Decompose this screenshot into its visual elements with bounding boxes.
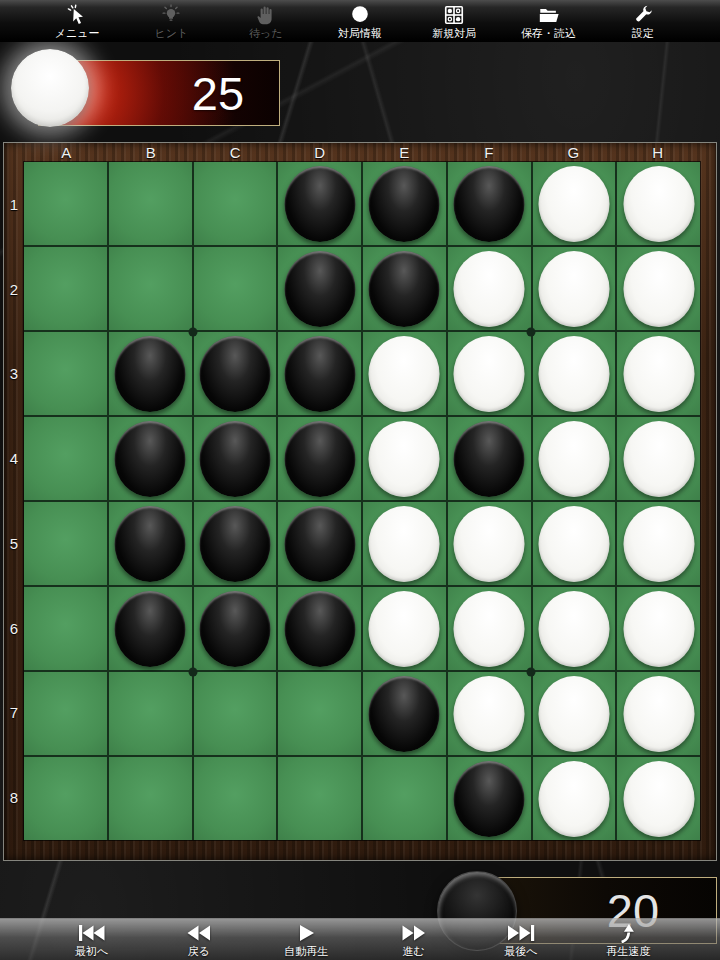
playback-to-first-label: 最初へ <box>75 945 108 958</box>
cell-a7[interactable] <box>24 672 107 755</box>
cell-g4[interactable] <box>533 417 616 500</box>
row-label-2: 2 <box>4 247 24 332</box>
white-disc <box>538 506 609 582</box>
cell-h6[interactable] <box>617 587 700 670</box>
black-disc <box>199 506 270 582</box>
white-disc <box>538 761 609 837</box>
app: { "game": "othello", "position": { "form… <box>0 0 720 960</box>
col-label-d: D <box>278 143 363 162</box>
toolbar-new-game-button[interactable]: 新規対局 <box>407 0 501 41</box>
white-disc <box>623 676 694 752</box>
bottom-toolbar: 最初へ戻る自動再生進む最後へ再生速度 <box>0 918 720 960</box>
row-label-4: 4 <box>4 416 24 501</box>
black-disc <box>199 421 270 497</box>
toolbar-undo-button: 待った <box>219 0 313 41</box>
cell-e6[interactable] <box>363 587 446 670</box>
cell-h4[interactable] <box>617 417 700 500</box>
white-disc <box>454 251 525 327</box>
play-icon <box>290 921 322 945</box>
black-disc <box>199 336 270 412</box>
toolbar-new-game-label: 新規対局 <box>432 27 476 40</box>
toolbar-undo-label: 待った <box>249 27 283 40</box>
col-label-b: B <box>109 143 194 162</box>
white-disc <box>369 421 440 497</box>
white-disc <box>623 591 694 667</box>
skip-to-start-icon <box>76 921 108 945</box>
white-disc <box>623 506 694 582</box>
cell-d4[interactable] <box>278 417 361 500</box>
cell-d2[interactable] <box>278 247 361 330</box>
cell-h8[interactable] <box>617 757 700 840</box>
black-disc <box>284 336 355 412</box>
cell-d8[interactable] <box>278 757 361 840</box>
white-disc <box>538 166 609 242</box>
cell-f1[interactable] <box>448 162 531 245</box>
cell-g3[interactable] <box>533 332 616 415</box>
star-point <box>527 328 536 337</box>
col-label-a: A <box>24 143 109 162</box>
toolbar-save-load-button[interactable]: 保存・読込 <box>501 0 595 41</box>
col-label-f: F <box>447 143 532 162</box>
board-frame: ABCDEFGH 12345678 <box>3 142 717 861</box>
curved-arrow-icon <box>612 921 644 945</box>
cell-d1[interactable] <box>278 162 361 245</box>
col-label-e: E <box>362 143 447 162</box>
toolbar-settings-button[interactable]: 設定 <box>596 0 690 41</box>
col-label-c: C <box>193 143 278 162</box>
playback-step-back-button[interactable]: 戻る <box>145 919 252 960</box>
cell-e1[interactable] <box>363 162 446 245</box>
white-disc <box>538 676 609 752</box>
star-point <box>527 668 536 677</box>
playback-playback-speed-label: 再生速度 <box>606 945 650 958</box>
palm-hand-icon <box>253 3 279 27</box>
rewind-icon <box>183 921 215 945</box>
cell-g5[interactable] <box>533 502 616 585</box>
black-disc <box>284 506 355 582</box>
black-disc <box>284 591 355 667</box>
row-label-6: 6 <box>4 586 24 671</box>
top-toolbar: メニューヒント待った対局情報新規対局保存・読込設定 <box>0 0 720 42</box>
playback-to-last-label: 最後へ <box>504 945 537 958</box>
playback-to-last-button[interactable]: 最後へ <box>467 919 574 960</box>
cell-c4[interactable] <box>194 417 277 500</box>
fast-forward-icon <box>398 921 430 945</box>
row-label-8: 8 <box>4 755 24 840</box>
cell-h5[interactable] <box>617 502 700 585</box>
cell-g1[interactable] <box>533 162 616 245</box>
cell-a2[interactable] <box>24 247 107 330</box>
toolbar-game-info-label: 対局情報 <box>338 27 382 40</box>
star-point <box>189 668 198 677</box>
black-disc <box>454 166 525 242</box>
cell-f8[interactable] <box>448 757 531 840</box>
cell-c6[interactable] <box>194 587 277 670</box>
playback-step-forward-button[interactable]: 進む <box>360 919 467 960</box>
cell-d5[interactable] <box>278 502 361 585</box>
cell-e3[interactable] <box>363 332 446 415</box>
playback-step-forward-label: 進む <box>403 945 425 958</box>
white-disc <box>623 761 694 837</box>
playback-autoplay-button[interactable]: 自動再生 <box>253 919 360 960</box>
column-labels: ABCDEFGH <box>24 143 700 162</box>
cell-h7[interactable] <box>617 672 700 755</box>
lightbulb-icon <box>158 3 184 27</box>
cell-b7[interactable] <box>109 672 192 755</box>
black-disc <box>284 251 355 327</box>
white-disc-icon <box>347 3 373 27</box>
toolbar-hint-button: ヒント <box>124 0 218 41</box>
col-label-h: H <box>616 143 701 162</box>
white-disc <box>538 421 609 497</box>
cell-b5[interactable] <box>109 502 192 585</box>
toolbar-menu-button[interactable]: メニュー <box>30 0 124 41</box>
black-disc <box>369 166 440 242</box>
cell-e7[interactable] <box>363 672 446 755</box>
row-label-5: 5 <box>4 501 24 586</box>
playback-autoplay-label: 自動再生 <box>284 945 328 958</box>
cell-b1[interactable] <box>109 162 192 245</box>
black-disc <box>115 591 186 667</box>
cell-f4[interactable] <box>448 417 531 500</box>
mini-board-icon <box>441 3 467 27</box>
folder-icon <box>536 3 562 27</box>
cell-h1[interactable] <box>617 162 700 245</box>
white-disc <box>623 336 694 412</box>
row-labels: 12345678 <box>4 162 24 840</box>
cell-b2[interactable] <box>109 247 192 330</box>
star-point <box>189 328 198 337</box>
cell-b6[interactable] <box>109 587 192 670</box>
cell-d3[interactable] <box>278 332 361 415</box>
cell-e2[interactable] <box>363 247 446 330</box>
white-disc <box>369 506 440 582</box>
toolbar-settings-label: 設定 <box>632 27 654 40</box>
cell-g7[interactable] <box>533 672 616 755</box>
toolbar-menu-label: メニュー <box>55 27 100 40</box>
cell-f6[interactable] <box>448 587 531 670</box>
col-label-g: G <box>531 143 616 162</box>
white-disc <box>369 336 440 412</box>
black-disc <box>199 591 270 667</box>
cell-f5[interactable] <box>448 502 531 585</box>
black-disc <box>115 336 186 412</box>
white-disc <box>623 251 694 327</box>
cell-g2[interactable] <box>533 247 616 330</box>
cell-a1[interactable] <box>24 162 107 245</box>
playback-playback-speed-button[interactable]: 再生速度 <box>575 919 682 960</box>
black-disc <box>115 506 186 582</box>
cell-c1[interactable] <box>194 162 277 245</box>
cell-c7[interactable] <box>194 672 277 755</box>
cell-a4[interactable] <box>24 417 107 500</box>
cell-b3[interactable] <box>109 332 192 415</box>
white-disc <box>623 421 694 497</box>
black-disc <box>369 251 440 327</box>
white-player-disc <box>11 49 89 127</box>
white-disc <box>454 676 525 752</box>
row-label-7: 7 <box>4 671 24 756</box>
hand-cursor-icon <box>64 3 90 27</box>
cell-c5[interactable] <box>194 502 277 585</box>
cell-a8[interactable] <box>24 757 107 840</box>
white-disc <box>623 166 694 242</box>
cell-c8[interactable] <box>194 757 277 840</box>
white-disc <box>369 591 440 667</box>
cell-a3[interactable] <box>24 332 107 415</box>
cell-e8[interactable] <box>363 757 446 840</box>
white-disc <box>454 506 525 582</box>
cell-c3[interactable] <box>194 332 277 415</box>
cell-c2[interactable] <box>194 247 277 330</box>
row-label-3: 3 <box>4 332 24 417</box>
toolbar-game-info-button[interactable]: 対局情報 <box>313 0 407 41</box>
black-disc <box>284 421 355 497</box>
cell-e4[interactable] <box>363 417 446 500</box>
cell-f3[interactable] <box>448 332 531 415</box>
white-disc <box>454 336 525 412</box>
white-disc <box>538 336 609 412</box>
cell-d6[interactable] <box>278 587 361 670</box>
playback-step-back-label: 戻る <box>188 945 210 958</box>
black-disc <box>454 761 525 837</box>
white-disc <box>538 591 609 667</box>
playback-to-first-button[interactable]: 最初へ <box>38 919 145 960</box>
cell-h3[interactable] <box>617 332 700 415</box>
cell-g8[interactable] <box>533 757 616 840</box>
white-disc <box>538 251 609 327</box>
skip-to-end-icon <box>505 921 537 945</box>
cell-e5[interactable] <box>363 502 446 585</box>
board-grid <box>24 162 700 840</box>
cell-h2[interactable] <box>617 247 700 330</box>
cell-b8[interactable] <box>109 757 192 840</box>
cell-b4[interactable] <box>109 417 192 500</box>
white-disc <box>454 591 525 667</box>
cell-a6[interactable] <box>24 587 107 670</box>
toolbar-save-load-label: 保存・読込 <box>521 27 576 40</box>
cell-g6[interactable] <box>533 587 616 670</box>
cell-f7[interactable] <box>448 672 531 755</box>
toolbar-hint-label: ヒント <box>155 27 189 40</box>
tools-icon <box>630 3 656 27</box>
cell-f2[interactable] <box>448 247 531 330</box>
cell-a5[interactable] <box>24 502 107 585</box>
cell-d7[interactable] <box>278 672 361 755</box>
black-disc <box>284 166 355 242</box>
black-disc <box>115 421 186 497</box>
black-disc <box>454 421 525 497</box>
row-label-1: 1 <box>4 162 24 247</box>
black-disc <box>369 676 440 752</box>
